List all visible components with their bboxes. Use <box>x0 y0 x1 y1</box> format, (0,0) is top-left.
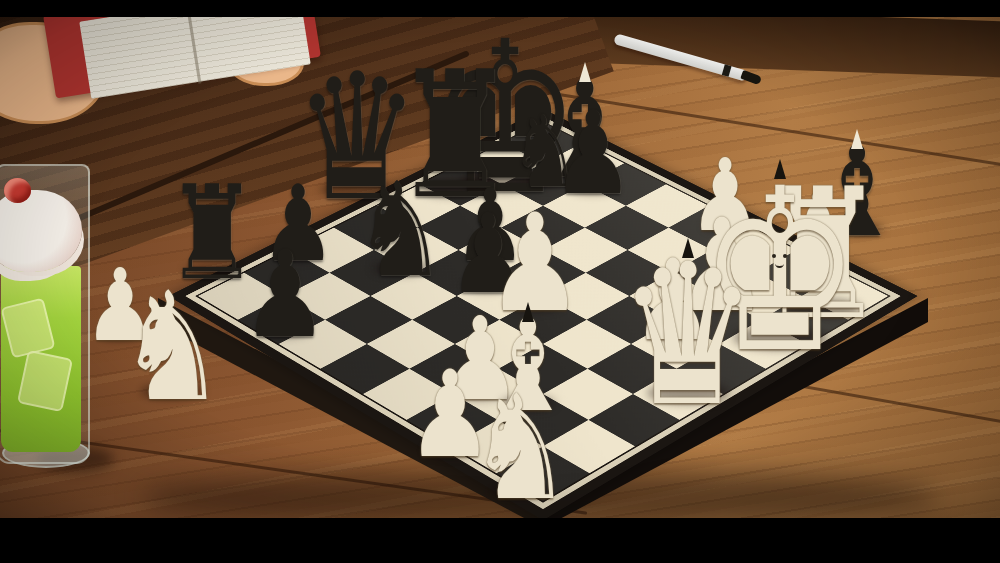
captured-white-knight[interactable]: ♞ <box>118 272 226 422</box>
melon-soda-glass <box>0 150 92 472</box>
scene: ♝♚♞♜♟♛♟♝♟♟♟♞♜♟♟♟♜♟♟♟♚♞♟♛♝♟♞ <box>0 0 1000 563</box>
piece-black-knight-c6[interactable]: ♞ <box>353 165 446 295</box>
cherry <box>4 178 31 203</box>
pen-band <box>722 64 732 77</box>
piece-black-pawn-a6[interactable]: ♟ <box>242 235 328 355</box>
piece-white-knight-a1[interactable]: ♞ <box>468 375 572 520</box>
piece-white-queen-d1[interactable]: ♛ <box>618 238 758 433</box>
